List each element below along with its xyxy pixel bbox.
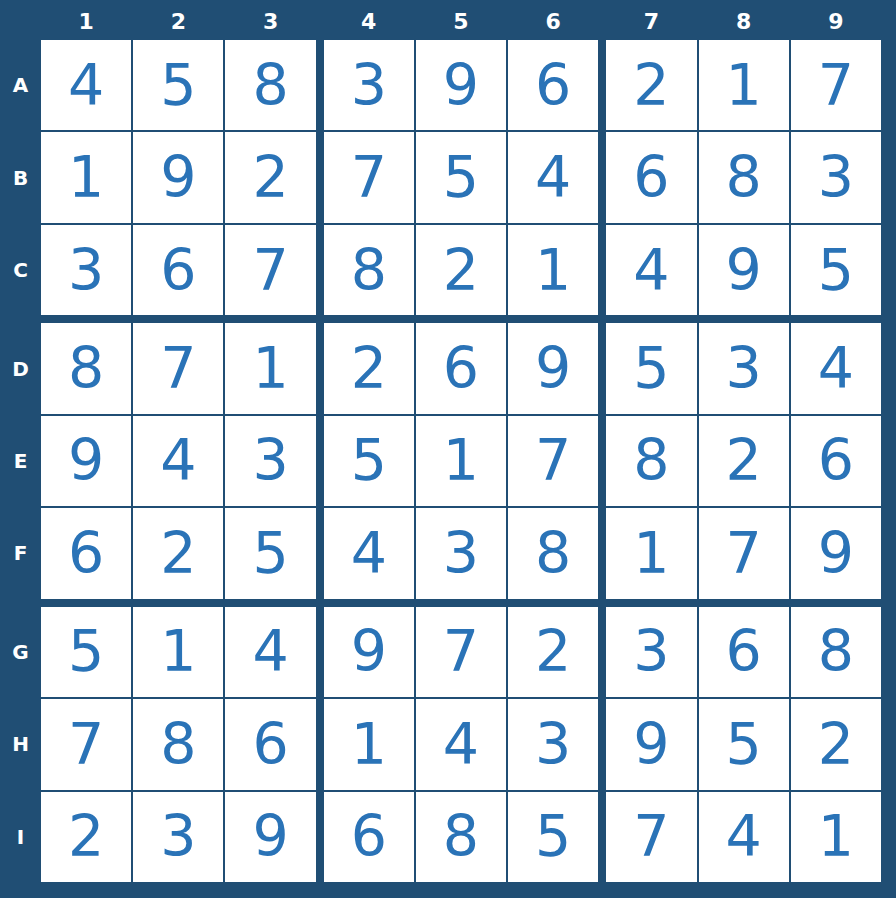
cell-H7[interactable]: 9 xyxy=(606,699,696,789)
col-label-1: 1 xyxy=(41,0,131,40)
cell-A6[interactable]: 6 xyxy=(508,40,598,130)
col-label-6: 6 xyxy=(508,0,598,40)
col-label-3: 3 xyxy=(225,0,315,40)
cell-H3[interactable]: 6 xyxy=(225,699,315,789)
cell-C6[interactable]: 1 xyxy=(508,225,598,315)
cell-G3[interactable]: 4 xyxy=(225,607,315,697)
cell-D2[interactable]: 7 xyxy=(133,323,223,413)
cell-A4[interactable]: 3 xyxy=(324,40,414,130)
row-label-D: D xyxy=(0,323,41,413)
cell-B3[interactable]: 2 xyxy=(225,132,315,222)
cell-G2[interactable]: 1 xyxy=(133,607,223,697)
sudoku-block-9: 368952741 xyxy=(606,607,881,882)
cell-I7[interactable]: 7 xyxy=(606,792,696,882)
sudoku-block-6: 534826179 xyxy=(606,323,881,598)
cell-I1[interactable]: 2 xyxy=(41,792,131,882)
cell-A9[interactable]: 7 xyxy=(791,40,881,130)
cell-D6[interactable]: 9 xyxy=(508,323,598,413)
cell-G5[interactable]: 7 xyxy=(416,607,506,697)
cell-H4[interactable]: 1 xyxy=(324,699,414,789)
row-label-F: F xyxy=(0,508,41,598)
cell-F1[interactable]: 6 xyxy=(41,508,131,598)
row-label-I: I xyxy=(0,792,41,882)
cell-B8[interactable]: 8 xyxy=(699,132,789,222)
cell-E1[interactable]: 9 xyxy=(41,416,131,506)
cell-E6[interactable]: 7 xyxy=(508,416,598,506)
cell-E9[interactable]: 6 xyxy=(791,416,881,506)
cell-H8[interactable]: 5 xyxy=(699,699,789,789)
cell-B4[interactable]: 7 xyxy=(324,132,414,222)
cell-I5[interactable]: 8 xyxy=(416,792,506,882)
cell-A2[interactable]: 5 xyxy=(133,40,223,130)
cell-C3[interactable]: 7 xyxy=(225,225,315,315)
cell-H9[interactable]: 2 xyxy=(791,699,881,789)
cell-D1[interactable]: 8 xyxy=(41,323,131,413)
cell-B7[interactable]: 6 xyxy=(606,132,696,222)
cell-C1[interactable]: 3 xyxy=(41,225,131,315)
cell-C4[interactable]: 8 xyxy=(324,225,414,315)
cell-B2[interactable]: 9 xyxy=(133,132,223,222)
col-label-8: 8 xyxy=(699,0,789,40)
col-label-2: 2 xyxy=(133,0,223,40)
sudoku-block-4: 871943625 xyxy=(41,323,316,598)
cell-E2[interactable]: 4 xyxy=(133,416,223,506)
sudoku-block-3: 217683495 xyxy=(606,40,881,315)
cell-H5[interactable]: 4 xyxy=(416,699,506,789)
cell-A7[interactable]: 2 xyxy=(606,40,696,130)
cell-F9[interactable]: 9 xyxy=(791,508,881,598)
cell-D9[interactable]: 4 xyxy=(791,323,881,413)
cell-G4[interactable]: 9 xyxy=(324,607,414,697)
cell-E3[interactable]: 3 xyxy=(225,416,315,506)
cell-F4[interactable]: 4 xyxy=(324,508,414,598)
cell-I3[interactable]: 9 xyxy=(225,792,315,882)
col-label-5: 5 xyxy=(416,0,506,40)
cell-E8[interactable]: 2 xyxy=(699,416,789,506)
row-header-group: DEF xyxy=(0,323,41,598)
cell-E5[interactable]: 1 xyxy=(416,416,506,506)
row-label-G: G xyxy=(0,607,41,697)
cell-C7[interactable]: 4 xyxy=(606,225,696,315)
cell-A3[interactable]: 8 xyxy=(225,40,315,130)
cell-A5[interactable]: 9 xyxy=(416,40,506,130)
cell-I6[interactable]: 5 xyxy=(508,792,598,882)
cell-G9[interactable]: 8 xyxy=(791,607,881,697)
row-label-E: E xyxy=(0,416,41,506)
cell-I8[interactable]: 4 xyxy=(699,792,789,882)
sudoku-block-8: 972143685 xyxy=(324,607,599,882)
cell-B1[interactable]: 1 xyxy=(41,132,131,222)
cell-I9[interactable]: 1 xyxy=(791,792,881,882)
column-header-group: 123 xyxy=(41,0,316,40)
column-header-group: 456 xyxy=(324,0,599,40)
cell-B6[interactable]: 4 xyxy=(508,132,598,222)
sudoku-block-1: 458192367 xyxy=(41,40,316,315)
cell-A1[interactable]: 4 xyxy=(41,40,131,130)
col-label-7: 7 xyxy=(606,0,696,40)
row-label-A: A xyxy=(0,40,41,130)
row-header-group: ABC xyxy=(0,40,41,315)
cell-G8[interactable]: 6 xyxy=(699,607,789,697)
cell-F3[interactable]: 5 xyxy=(225,508,315,598)
column-headers: 123456789 xyxy=(41,0,881,40)
cell-G1[interactable]: 5 xyxy=(41,607,131,697)
sudoku-grid: 4581923673967548212176834958719436252695… xyxy=(41,40,881,882)
cell-H1[interactable]: 7 xyxy=(41,699,131,789)
cell-B9[interactable]: 3 xyxy=(791,132,881,222)
cell-H6[interactable]: 3 xyxy=(508,699,598,789)
row-label-C: C xyxy=(0,225,41,315)
cell-D5[interactable]: 6 xyxy=(416,323,506,413)
cell-C8[interactable]: 9 xyxy=(699,225,789,315)
cell-D8[interactable]: 3 xyxy=(699,323,789,413)
cell-I2[interactable]: 3 xyxy=(133,792,223,882)
cell-G6[interactable]: 2 xyxy=(508,607,598,697)
col-label-9: 9 xyxy=(791,0,881,40)
sudoku-block-2: 396754821 xyxy=(324,40,599,315)
cell-C2[interactable]: 6 xyxy=(133,225,223,315)
cell-F5[interactable]: 3 xyxy=(416,508,506,598)
cell-A8[interactable]: 1 xyxy=(699,40,789,130)
cell-D7[interactable]: 5 xyxy=(606,323,696,413)
cell-D3[interactable]: 1 xyxy=(225,323,315,413)
cell-F2[interactable]: 2 xyxy=(133,508,223,598)
row-label-B: B xyxy=(0,132,41,222)
cell-I4[interactable]: 6 xyxy=(324,792,414,882)
col-label-4: 4 xyxy=(324,0,414,40)
sudoku-board: 123456789 ABCDEFGHI 45819236739675482121… xyxy=(0,0,896,898)
row-headers: ABCDEFGHI xyxy=(0,40,41,882)
cell-E7[interactable]: 8 xyxy=(606,416,696,506)
cell-C5[interactable]: 2 xyxy=(416,225,506,315)
sudoku-block-7: 514786239 xyxy=(41,607,316,882)
column-header-group: 789 xyxy=(606,0,881,40)
cell-D4[interactable]: 2 xyxy=(324,323,414,413)
cell-H2[interactable]: 8 xyxy=(133,699,223,789)
cell-E4[interactable]: 5 xyxy=(324,416,414,506)
row-header-group: GHI xyxy=(0,607,41,882)
cell-F6[interactable]: 8 xyxy=(508,508,598,598)
cell-C9[interactable]: 5 xyxy=(791,225,881,315)
row-label-H: H xyxy=(0,699,41,789)
cell-F7[interactable]: 1 xyxy=(606,508,696,598)
cell-G7[interactable]: 3 xyxy=(606,607,696,697)
sudoku-block-5: 269517438 xyxy=(324,323,599,598)
cell-F8[interactable]: 7 xyxy=(699,508,789,598)
cell-B5[interactable]: 5 xyxy=(416,132,506,222)
